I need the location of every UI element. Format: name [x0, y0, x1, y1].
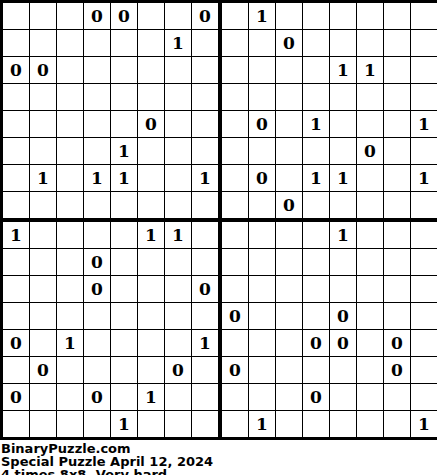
cell-r14c7: 0: [165, 357, 191, 383]
cell-r4c16[interactable]: [411, 84, 437, 110]
cell-r7c9[interactable]: [222, 165, 248, 191]
cell-r13c1: 0: [3, 330, 29, 356]
cell-r2c9[interactable]: [222, 30, 248, 56]
cell-r14c5[interactable]: [111, 357, 137, 383]
cell-r9c11[interactable]: [276, 222, 302, 248]
cell-r6c3[interactable]: [57, 138, 83, 164]
cell-r14c3[interactable]: [57, 357, 83, 383]
cell-r7c1[interactable]: [3, 165, 29, 191]
cell-r9c15[interactable]: [384, 222, 410, 248]
cell-r2c13[interactable]: [330, 30, 356, 56]
cell-r3c9[interactable]: [222, 57, 248, 83]
cell-r14c15: 0: [384, 357, 410, 383]
cell-r3c11[interactable]: [276, 57, 302, 83]
cell-r15c3[interactable]: [57, 384, 83, 410]
cell-r7c4: 1: [84, 165, 110, 191]
cell-r10c10[interactable]: [249, 249, 275, 275]
cell-r1c1[interactable]: [3, 3, 29, 29]
cell-r12c7[interactable]: [165, 303, 191, 329]
cell-r8c14[interactable]: [357, 192, 383, 218]
cell-r12c8[interactable]: [192, 303, 218, 329]
cell-r4c13[interactable]: [330, 84, 356, 110]
cell-r10c7[interactable]: [165, 249, 191, 275]
cell-r3c2: 0: [30, 57, 56, 83]
cell-r3c7[interactable]: [165, 57, 191, 83]
cell-r11c16[interactable]: [411, 276, 437, 302]
cell-r11c15[interactable]: [384, 276, 410, 302]
cell-r13c4[interactable]: [84, 330, 110, 356]
cell-r9c4[interactable]: [84, 222, 110, 248]
cell-r2c2[interactable]: [30, 30, 56, 56]
cell-r10c6[interactable]: [138, 249, 164, 275]
cell-r12c11[interactable]: [276, 303, 302, 329]
cell-r2c7: 1: [165, 30, 191, 56]
cell-r16c13[interactable]: [330, 411, 356, 437]
cell-r15c5[interactable]: [111, 384, 137, 410]
cell-r1c5: 0: [111, 3, 137, 29]
cell-r10c1[interactable]: [3, 249, 29, 275]
cell-r2c6[interactable]: [138, 30, 164, 56]
cell-r11c7[interactable]: [165, 276, 191, 302]
cell-r6c9[interactable]: [222, 138, 248, 164]
cell-r15c14[interactable]: [357, 384, 383, 410]
cell-r10c11[interactable]: [276, 249, 302, 275]
cell-r7c13: 1: [330, 165, 356, 191]
cell-r1c13[interactable]: [330, 3, 356, 29]
cell-r14c4[interactable]: [84, 357, 110, 383]
cell-r13c15: 0: [384, 330, 410, 356]
puzzle-footer: BinaryPuzzle.com Special Puzzle April 12…: [1, 442, 437, 475]
cell-r12c16[interactable]: [411, 303, 437, 329]
cell-r13c11[interactable]: [276, 330, 302, 356]
cell-r16c4[interactable]: [84, 411, 110, 437]
cell-r5c5[interactable]: [111, 111, 137, 137]
cell-r9c16[interactable]: [411, 222, 437, 248]
cell-r5c2[interactable]: [30, 111, 56, 137]
cell-r16c3[interactable]: [57, 411, 83, 437]
cell-r15c8[interactable]: [192, 384, 218, 410]
cell-r5c15[interactable]: [384, 111, 410, 137]
cell-r6c8[interactable]: [192, 138, 218, 164]
cell-r7c16: 1: [411, 165, 437, 191]
cell-r14c9: 0: [222, 357, 248, 383]
cell-r11c12[interactable]: [303, 276, 329, 302]
cell-r12c2[interactable]: [30, 303, 56, 329]
cell-r7c3[interactable]: [57, 165, 83, 191]
cell-r5c9[interactable]: [222, 111, 248, 137]
cell-r16c15[interactable]: [384, 411, 410, 437]
cell-r2c8[interactable]: [192, 30, 218, 56]
cell-r1c2[interactable]: [30, 3, 56, 29]
cell-r7c15[interactable]: [384, 165, 410, 191]
cell-r11c4: 0: [84, 276, 110, 302]
cell-r15c11[interactable]: [276, 384, 302, 410]
cell-r12c5[interactable]: [111, 303, 137, 329]
cell-r12c14[interactable]: [357, 303, 383, 329]
cell-r7c7[interactable]: [165, 165, 191, 191]
cell-r6c11[interactable]: [276, 138, 302, 164]
cell-r13c2[interactable]: [30, 330, 56, 356]
cell-r12c6[interactable]: [138, 303, 164, 329]
cell-r2c10[interactable]: [249, 30, 275, 56]
cell-r10c4: 0: [84, 249, 110, 275]
cell-r4c6[interactable]: [138, 84, 164, 110]
cell-r7c8: 1: [192, 165, 218, 191]
cell-r9c14[interactable]: [357, 222, 383, 248]
cell-r10c12[interactable]: [303, 249, 329, 275]
cell-r16c2[interactable]: [30, 411, 56, 437]
cell-r14c10[interactable]: [249, 357, 275, 383]
cell-r10c2[interactable]: [30, 249, 56, 275]
cell-r15c9[interactable]: [222, 384, 248, 410]
cell-r11c8: 0: [192, 276, 218, 302]
cell-r2c3[interactable]: [57, 30, 83, 56]
cell-r8c1[interactable]: [3, 192, 29, 218]
cell-r5c3[interactable]: [57, 111, 83, 137]
cell-r11c13[interactable]: [330, 276, 356, 302]
cell-r8c2[interactable]: [30, 192, 56, 218]
cell-r8c16[interactable]: [411, 192, 437, 218]
cell-r15c12: 0: [303, 384, 329, 410]
cell-r11c6[interactable]: [138, 276, 164, 302]
cell-r10c15[interactable]: [384, 249, 410, 275]
cell-r14c12[interactable]: [303, 357, 329, 383]
cell-r16c9[interactable]: [222, 411, 248, 437]
cell-r9c6: 1: [138, 222, 164, 248]
cell-r1c9[interactable]: [222, 3, 248, 29]
cell-r4c12[interactable]: [303, 84, 329, 110]
cell-r1c6[interactable]: [138, 3, 164, 29]
cell-r16c6[interactable]: [138, 411, 164, 437]
cell-r15c16[interactable]: [411, 384, 437, 410]
cell-r12c13: 0: [330, 303, 356, 329]
cell-r9c5[interactable]: [111, 222, 137, 248]
cell-r9c7: 1: [165, 222, 191, 248]
cell-r3c15[interactable]: [384, 57, 410, 83]
cell-r16c7[interactable]: [165, 411, 191, 437]
cell-r6c7[interactable]: [165, 138, 191, 164]
cell-r3c16[interactable]: [411, 57, 437, 83]
cell-r3c13: 1: [330, 57, 356, 83]
cell-r13c5[interactable]: [111, 330, 137, 356]
cell-r13c8: 1: [192, 330, 218, 356]
cell-r1c3[interactable]: [57, 3, 83, 29]
cell-r16c12[interactable]: [303, 411, 329, 437]
cell-r5c8[interactable]: [192, 111, 218, 137]
cell-r4c11[interactable]: [276, 84, 302, 110]
cell-r9c13: 1: [330, 222, 356, 248]
cell-r8c15[interactable]: [384, 192, 410, 218]
cell-r9c2[interactable]: [30, 222, 56, 248]
cell-r3c10[interactable]: [249, 57, 275, 83]
cell-r5c11[interactable]: [276, 111, 302, 137]
cell-r7c6[interactable]: [138, 165, 164, 191]
cell-r6c15[interactable]: [384, 138, 410, 164]
cell-r12c15[interactable]: [384, 303, 410, 329]
cell-r8c6[interactable]: [138, 192, 164, 218]
cell-r14c11[interactable]: [276, 357, 302, 383]
cell-r8c8[interactable]: [192, 192, 218, 218]
cell-r4c7[interactable]: [165, 84, 191, 110]
cell-r14c8[interactable]: [192, 357, 218, 383]
cell-r8c7[interactable]: [165, 192, 191, 218]
cell-r8c3[interactable]: [57, 192, 83, 218]
cell-r16c5: 1: [111, 411, 137, 437]
cell-r11c14[interactable]: [357, 276, 383, 302]
cell-r15c13[interactable]: [330, 384, 356, 410]
cell-r15c2[interactable]: [30, 384, 56, 410]
cell-r2c1[interactable]: [3, 30, 29, 56]
cell-r4c1[interactable]: [3, 84, 29, 110]
cell-r9c10[interactable]: [249, 222, 275, 248]
cell-r11c10[interactable]: [249, 276, 275, 302]
cell-r10c13[interactable]: [330, 249, 356, 275]
cell-r6c5: 1: [111, 138, 137, 164]
cell-r1c4: 0: [84, 3, 110, 29]
cell-r3c8[interactable]: [192, 57, 218, 83]
cell-r2c14[interactable]: [357, 30, 383, 56]
cell-r16c14[interactable]: [357, 411, 383, 437]
cell-r11c5[interactable]: [111, 276, 137, 302]
cell-r4c3[interactable]: [57, 84, 83, 110]
cell-r5c10: 0: [249, 111, 275, 137]
cell-r6c6[interactable]: [138, 138, 164, 164]
cell-r3c12[interactable]: [303, 57, 329, 83]
cell-r4c15[interactable]: [384, 84, 410, 110]
cell-r12c3[interactable]: [57, 303, 83, 329]
cell-r9c12[interactable]: [303, 222, 329, 248]
cell-r10c14[interactable]: [357, 249, 383, 275]
cell-r10c16[interactable]: [411, 249, 437, 275]
cell-r9c8[interactable]: [192, 222, 218, 248]
cell-r13c3: 1: [57, 330, 83, 356]
cell-r1c10: 1: [249, 3, 275, 29]
cell-r4c10[interactable]: [249, 84, 275, 110]
cell-r13c7[interactable]: [165, 330, 191, 356]
cell-r16c8[interactable]: [192, 411, 218, 437]
cell-r11c3[interactable]: [57, 276, 83, 302]
cell-r5c13[interactable]: [330, 111, 356, 137]
puzzle-difficulty: 4 times 8x8, Very hard: [1, 468, 437, 475]
cell-r2c15[interactable]: [384, 30, 410, 56]
cell-r6c1[interactable]: [3, 138, 29, 164]
cell-r16c10: 1: [249, 411, 275, 437]
cell-r8c13[interactable]: [330, 192, 356, 218]
cell-r4c14[interactable]: [357, 84, 383, 110]
cell-r10c9[interactable]: [222, 249, 248, 275]
cell-r4c2[interactable]: [30, 84, 56, 110]
cell-r16c1[interactable]: [3, 411, 29, 437]
cell-r6c10[interactable]: [249, 138, 275, 164]
cell-r8c10[interactable]: [249, 192, 275, 218]
cell-r1c16[interactable]: [411, 3, 437, 29]
cell-r9c1: 1: [3, 222, 29, 248]
cell-r12c12[interactable]: [303, 303, 329, 329]
cell-r3c5[interactable]: [111, 57, 137, 83]
cell-r13c13: 0: [330, 330, 356, 356]
quadrant-bottom-left: 111000011000011: [3, 222, 218, 437]
cell-r11c11[interactable]: [276, 276, 302, 302]
cell-r15c7[interactable]: [165, 384, 191, 410]
cell-r14c2: 0: [30, 357, 56, 383]
cell-r7c14[interactable]: [357, 165, 383, 191]
cell-r6c14: 0: [357, 138, 383, 164]
cell-r5c14[interactable]: [357, 111, 383, 137]
cell-r4c8[interactable]: [192, 84, 218, 110]
cell-r2c16[interactable]: [411, 30, 437, 56]
cell-r12c1[interactable]: [3, 303, 29, 329]
cell-r14c14[interactable]: [357, 357, 383, 383]
cell-r16c11[interactable]: [276, 411, 302, 437]
cell-r3c6[interactable]: [138, 57, 164, 83]
cell-r1c12[interactable]: [303, 3, 329, 29]
binary-puzzle-board: 000100011111 1011011001110 1110000110000…: [0, 0, 437, 440]
cell-r5c1[interactable]: [3, 111, 29, 137]
cell-r2c5[interactable]: [111, 30, 137, 56]
cell-r2c11: 0: [276, 30, 302, 56]
cell-r3c14: 1: [357, 57, 383, 83]
cell-r13c6[interactable]: [138, 330, 164, 356]
cell-r4c9[interactable]: [222, 84, 248, 110]
cell-r13c9[interactable]: [222, 330, 248, 356]
quadrant-top-right: 1011011001110: [222, 3, 437, 218]
cell-r3c4[interactable]: [84, 57, 110, 83]
cell-r15c10[interactable]: [249, 384, 275, 410]
cell-r16c16: 1: [411, 411, 437, 437]
cell-r14c13[interactable]: [330, 357, 356, 383]
cell-r13c12: 0: [303, 330, 329, 356]
cell-r13c10[interactable]: [249, 330, 275, 356]
cell-r14c1[interactable]: [3, 357, 29, 383]
cell-r10c5[interactable]: [111, 249, 137, 275]
cell-r13c14[interactable]: [357, 330, 383, 356]
cell-r6c16[interactable]: [411, 138, 437, 164]
cell-r8c9[interactable]: [222, 192, 248, 218]
cell-r8c12[interactable]: [303, 192, 329, 218]
cell-r5c16: 1: [411, 111, 437, 137]
cell-r11c2[interactable]: [30, 276, 56, 302]
cell-r12c4[interactable]: [84, 303, 110, 329]
cell-r3c1: 0: [3, 57, 29, 83]
cell-r6c13[interactable]: [330, 138, 356, 164]
cell-r15c4: 0: [84, 384, 110, 410]
cell-r2c4[interactable]: [84, 30, 110, 56]
cell-r7c2: 1: [30, 165, 56, 191]
quadrant-bottom-right: 10000000011: [222, 222, 437, 437]
cell-r3c3[interactable]: [57, 57, 83, 83]
cell-r5c6: 0: [138, 111, 164, 137]
cell-r9c3[interactable]: [57, 222, 83, 248]
cell-r1c7[interactable]: [165, 3, 191, 29]
cell-r13c16[interactable]: [411, 330, 437, 356]
cell-r15c15[interactable]: [384, 384, 410, 410]
cell-r2c12[interactable]: [303, 30, 329, 56]
cell-r1c8: 0: [192, 3, 218, 29]
cell-r14c6[interactable]: [138, 357, 164, 383]
cell-r6c4[interactable]: [84, 138, 110, 164]
cell-r4c4[interactable]: [84, 84, 110, 110]
quadrant-top-left: 000100011111: [3, 3, 218, 218]
cell-r5c4[interactable]: [84, 111, 110, 137]
cell-r14c16[interactable]: [411, 357, 437, 383]
cell-r12c10[interactable]: [249, 303, 275, 329]
cell-r4c5[interactable]: [111, 84, 137, 110]
cell-r9c9[interactable]: [222, 222, 248, 248]
cell-r8c4[interactable]: [84, 192, 110, 218]
cell-r11c1[interactable]: [3, 276, 29, 302]
cell-r5c7[interactable]: [165, 111, 191, 137]
cell-r12c9: 0: [222, 303, 248, 329]
cell-r7c11[interactable]: [276, 165, 302, 191]
cell-r6c12[interactable]: [303, 138, 329, 164]
cell-r10c3[interactable]: [57, 249, 83, 275]
cell-r7c5: 1: [111, 165, 137, 191]
cell-r8c5[interactable]: [111, 192, 137, 218]
cell-r15c6: 1: [138, 384, 164, 410]
cell-r1c14[interactable]: [357, 3, 383, 29]
cell-r1c15[interactable]: [384, 3, 410, 29]
cell-r15c1: 0: [3, 384, 29, 410]
cell-r10c8[interactable]: [192, 249, 218, 275]
cell-r8c11: 0: [276, 192, 302, 218]
cell-r5c12: 1: [303, 111, 329, 137]
cell-r7c12: 1: [303, 165, 329, 191]
cell-r11c9[interactable]: [222, 276, 248, 302]
cell-r6c2[interactable]: [30, 138, 56, 164]
cell-r7c10: 0: [249, 165, 275, 191]
cell-r1c11[interactable]: [276, 3, 302, 29]
